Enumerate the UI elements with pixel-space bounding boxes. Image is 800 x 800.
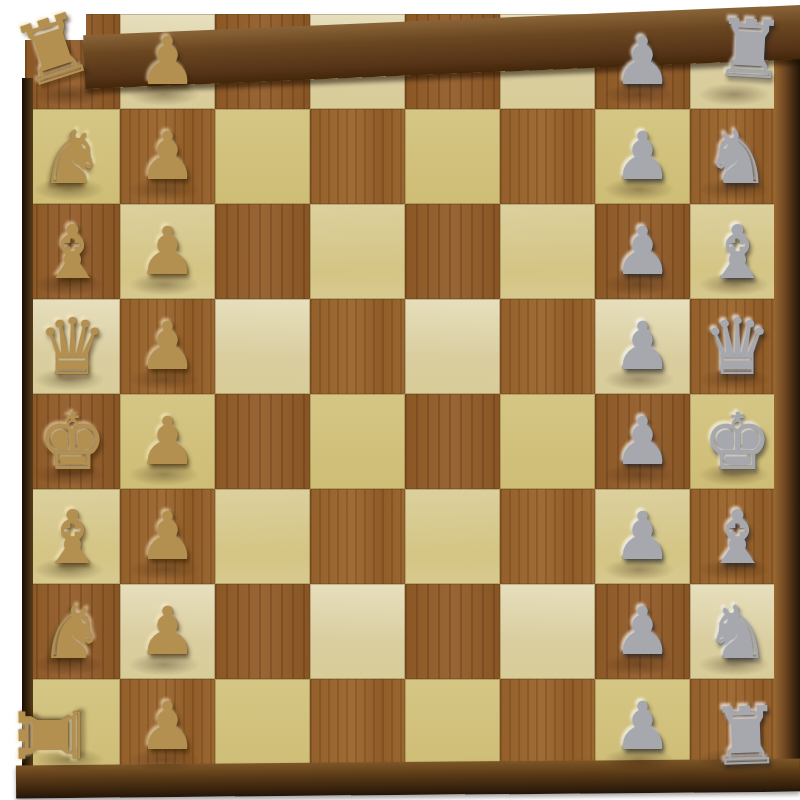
pawn-glyph: ♟ xyxy=(138,219,197,285)
silver-pawn-e7[interactable]: ♟ xyxy=(595,394,690,489)
pawn-glyph: ♟ xyxy=(613,124,672,190)
gold-pawn-f2[interactable]: ♟ xyxy=(120,489,215,584)
queen-glyph: ♛ xyxy=(703,308,773,386)
silver-rook-a8[interactable]: ♜ xyxy=(690,14,785,109)
rook-glyph: ♜ xyxy=(712,8,788,92)
silver-knight-g8[interactable]: ♞ xyxy=(690,584,785,679)
pawn-glyph: ♟ xyxy=(138,409,197,475)
silver-pawn-f7[interactable]: ♟ xyxy=(595,489,690,584)
pawn-glyph: ♟ xyxy=(613,694,672,760)
silver-pawn-h7[interactable]: ♟ xyxy=(595,679,690,774)
bishop-glyph: ♝ xyxy=(39,500,105,574)
knight-glyph: ♞ xyxy=(39,595,105,669)
knight-glyph: ♞ xyxy=(704,120,770,194)
gold-knight-g1[interactable]: ♞ xyxy=(25,584,120,679)
pawn-glyph: ♟ xyxy=(138,694,197,760)
silver-pawn-b7[interactable]: ♟ xyxy=(595,109,690,204)
pawn-glyph: ♟ xyxy=(138,124,197,190)
gold-pawn-g2[interactable]: ♟ xyxy=(120,584,215,679)
gold-bishop-f1[interactable]: ♝ xyxy=(25,489,120,584)
silver-bishop-f8[interactable]: ♝ xyxy=(690,489,785,584)
pawn-glyph: ♟ xyxy=(613,409,672,475)
silver-rook-h8[interactable]: ♜ xyxy=(690,679,785,774)
silver-bishop-c8[interactable]: ♝ xyxy=(690,204,785,299)
bishop-glyph: ♝ xyxy=(39,215,105,289)
pawn-glyph: ♟ xyxy=(138,314,197,380)
knight-glyph: ♞ xyxy=(39,120,105,194)
silver-pawn-a7[interactable]: ♟ xyxy=(595,14,690,109)
gold-pawn-h2[interactable]: ♟ xyxy=(120,679,215,774)
pawn-glyph: ♟ xyxy=(138,599,197,665)
pieces-layer: ♜♞♝♛♚♝♞♜♟♟♟♟♟♟♟♟♟♟♟♟♟♟♟♟♜♞♝♛♚♝♞♜ xyxy=(25,14,785,774)
gold-bishop-c1[interactable]: ♝ xyxy=(25,204,120,299)
pawn-glyph: ♟ xyxy=(138,29,197,95)
silver-pawn-g7[interactable]: ♟ xyxy=(595,584,690,679)
chess-set-photo: ♜♞♝♛♚♝♞♜♟♟♟♟♟♟♟♟♟♟♟♟♟♟♟♟♜♞♝♛♚♝♞♜ xyxy=(0,0,800,800)
gold-king-e1[interactable]: ♚ xyxy=(25,394,120,489)
bishop-glyph: ♝ xyxy=(704,215,770,289)
gold-pawn-d2[interactable]: ♟ xyxy=(120,299,215,394)
silver-king-e8[interactable]: ♚ xyxy=(690,394,785,489)
silver-knight-b8[interactable]: ♞ xyxy=(690,109,785,204)
gold-queen-d1[interactable]: ♛ xyxy=(25,299,120,394)
rook-glyph: ♜ xyxy=(4,0,102,101)
gold-rook-h1[interactable]: ♜ xyxy=(25,679,120,774)
silver-pawn-c7[interactable]: ♟ xyxy=(595,204,690,299)
rook-glyph: ♜ xyxy=(9,697,93,772)
rook-glyph: ♜ xyxy=(708,695,782,777)
pawn-glyph: ♟ xyxy=(613,314,672,380)
pawn-glyph: ♟ xyxy=(613,219,672,285)
king-glyph: ♚ xyxy=(703,403,773,481)
gold-pawn-b2[interactable]: ♟ xyxy=(120,109,215,204)
silver-queen-d8[interactable]: ♛ xyxy=(690,299,785,394)
silver-pawn-d7[interactable]: ♟ xyxy=(595,299,690,394)
king-glyph: ♚ xyxy=(38,403,108,481)
pawn-glyph: ♟ xyxy=(613,599,672,665)
gold-pawn-e2[interactable]: ♟ xyxy=(120,394,215,489)
pawn-glyph: ♟ xyxy=(613,504,672,570)
gold-rook-a1[interactable]: ♜ xyxy=(25,14,120,109)
knight-glyph: ♞ xyxy=(704,595,770,669)
gold-pawn-a2[interactable]: ♟ xyxy=(120,14,215,109)
gold-pawn-c2[interactable]: ♟ xyxy=(120,204,215,299)
gold-knight-b1[interactable]: ♞ xyxy=(25,109,120,204)
queen-glyph: ♛ xyxy=(38,308,108,386)
pawn-glyph: ♟ xyxy=(613,29,672,95)
pawn-glyph: ♟ xyxy=(138,504,197,570)
bishop-glyph: ♝ xyxy=(704,500,770,574)
